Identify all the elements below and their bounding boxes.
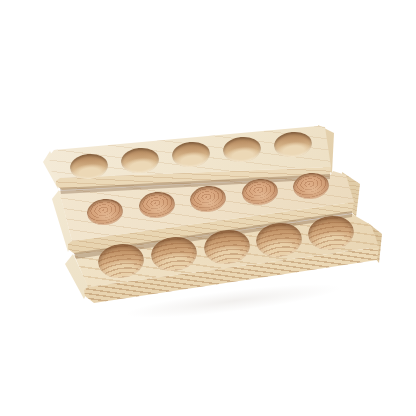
product-photo-scene	[0, 0, 416, 416]
wooden-tier-rack	[0, 0, 416, 416]
